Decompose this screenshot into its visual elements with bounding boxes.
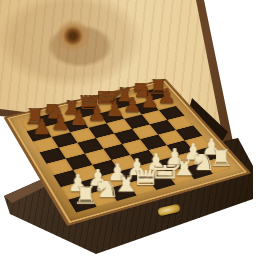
square-g2: ♟ xyxy=(176,151,204,167)
board-perspective-wrapper: ♜♞♝♛♚♝♞♜♟♟♟♟♟♟♟♟♟♟♟♟♟♟♟♟♜♞♝♛♚♝♞♜ xyxy=(0,0,260,260)
brown-rook: ♜ xyxy=(149,79,168,98)
white-pawn: ♟ xyxy=(145,153,166,174)
square-c1: ♝ xyxy=(108,183,136,201)
chess-set-photo: ♜♞♝♛♚♝♞♜♟♟♟♟♟♟♟♟♟♟♟♟♟♟♟♟♜♞♝♛♚♝♞♜ xyxy=(0,0,260,260)
brown-king: ♚ xyxy=(98,91,117,110)
chessboard: ♜♞♝♛♚♝♞♜♟♟♟♟♟♟♟♟♟♟♟♟♟♟♟♟♜♞♝♛♚♝♞♜ xyxy=(3,79,251,226)
